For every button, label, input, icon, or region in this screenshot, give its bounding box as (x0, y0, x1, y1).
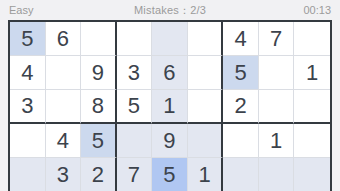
cell-r2c6[interactable] (188, 56, 224, 90)
timer: 00:13 (303, 4, 331, 16)
cell-r3c6[interactable] (188, 90, 224, 124)
cell-r2c3[interactable]: 9 (81, 56, 117, 90)
cell-r1c6[interactable] (188, 22, 224, 56)
cell-r1c5[interactable] (152, 22, 188, 56)
cell-r1c1[interactable]: 5 (10, 22, 46, 56)
mistakes-counter: Mistakes：2/3 (134, 3, 206, 18)
cell-r5c8[interactable] (259, 158, 295, 191)
cell-r5c9[interactable] (294, 158, 330, 191)
cell-r2c7[interactable]: 5 (223, 56, 259, 90)
cell-r5c6[interactable]: 1 (188, 158, 224, 191)
cell-r1c3[interactable] (81, 22, 117, 56)
cell-r4c6[interactable] (188, 124, 224, 158)
difficulty-label: Easy (9, 4, 33, 16)
cell-r1c2[interactable]: 6 (46, 22, 82, 56)
cell-r4c2[interactable]: 4 (46, 124, 82, 158)
cell-r3c5[interactable]: 1 (152, 90, 188, 124)
cell-r2c8[interactable] (259, 56, 295, 90)
cell-r3c7[interactable]: 2 (223, 90, 259, 124)
cell-r5c7[interactable] (223, 158, 259, 191)
status-bar: Easy Mistakes：2/3 00:13 (0, 0, 340, 20)
cell-r2c1[interactable]: 4 (10, 56, 46, 90)
cell-r3c1[interactable]: 3 (10, 90, 46, 124)
cell-r1c4[interactable] (117, 22, 153, 56)
cell-r4c9[interactable] (294, 124, 330, 158)
cell-r4c3[interactable]: 5 (81, 124, 117, 158)
cell-r3c8[interactable] (259, 90, 295, 124)
cell-r5c4[interactable]: 7 (117, 158, 153, 191)
cell-r3c3[interactable]: 8 (81, 90, 117, 124)
cell-r1c9[interactable] (294, 22, 330, 56)
cell-r3c9[interactable] (294, 90, 330, 124)
cell-r1c8[interactable]: 7 (259, 22, 295, 56)
cell-r2c2[interactable] (46, 56, 82, 90)
sudoku-board: 564749365138512459132751 (8, 20, 332, 191)
cell-r1c7[interactable]: 4 (223, 22, 259, 56)
cell-r4c4[interactable] (117, 124, 153, 158)
cell-r3c4[interactable]: 5 (117, 90, 153, 124)
cell-r5c3[interactable]: 2 (81, 158, 117, 191)
cell-r4c5[interactable]: 9 (152, 124, 188, 158)
cell-r3c2[interactable] (46, 90, 82, 124)
cell-r2c9[interactable]: 1 (294, 56, 330, 90)
cell-r5c5[interactable]: 5 (152, 158, 188, 191)
cell-r4c7[interactable] (223, 124, 259, 158)
cell-r4c8[interactable]: 1 (259, 124, 295, 158)
cell-r5c1[interactable] (10, 158, 46, 191)
cell-r5c2[interactable]: 3 (46, 158, 82, 191)
cell-r4c1[interactable] (10, 124, 46, 158)
cell-r2c4[interactable]: 3 (117, 56, 153, 90)
cell-r2c5[interactable]: 6 (152, 56, 188, 90)
